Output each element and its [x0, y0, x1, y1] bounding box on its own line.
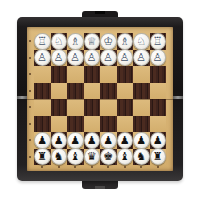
square-r2c3 [84, 66, 101, 83]
square-r5c4 [100, 116, 117, 133]
square-r3c3 [84, 83, 101, 100]
square-r5c6 [133, 116, 150, 133]
piece-black-pawn: ♟ [84, 132, 101, 149]
square-r0c7: ♖ [150, 33, 167, 50]
square-r5c5 [117, 116, 134, 133]
file-mark [157, 166, 159, 168]
square-r0c3: ♕ [84, 33, 101, 50]
square-r1c4: ♙ [100, 50, 117, 67]
chess-board: ♖♘♗♕♔♗♘♖♙♙♙♙♙♙♙♙♟♟♟♟♟♟♟♟♜♞♝♛♚♝♞♜ [27, 27, 173, 171]
file-mark [124, 166, 126, 168]
square-r0c4: ♔ [100, 33, 117, 50]
file-mark [74, 166, 76, 168]
square-r4c4 [100, 99, 117, 116]
square-r3c7 [150, 83, 167, 100]
piece-white-rook: ♖ [150, 33, 167, 50]
square-r1c6: ♙ [133, 50, 150, 67]
square-r3c5 [117, 83, 134, 100]
piece-white-bishop: ♗ [67, 33, 84, 50]
square-r6c0: ♟ [34, 132, 51, 149]
square-r1c3: ♙ [84, 50, 101, 67]
square-r7c0: ♜ [34, 149, 51, 166]
piece-black-pawn: ♟ [100, 132, 117, 149]
piece-black-pawn: ♟ [133, 132, 150, 149]
board-fold-seam [27, 99, 173, 100]
square-r0c0: ♖ [34, 33, 51, 50]
rank-mark [29, 73, 31, 75]
square-r3c1 [51, 83, 68, 100]
piece-white-king: ♔ [100, 33, 117, 50]
rank-mark [29, 123, 31, 125]
square-r5c3 [84, 116, 101, 133]
piece-white-pawn: ♙ [84, 49, 101, 66]
piece-black-bishop: ♝ [117, 148, 134, 165]
file-mark [140, 166, 142, 168]
piece-white-pawn: ♙ [67, 49, 84, 66]
square-r3c6 [133, 83, 150, 100]
square-r0c6: ♘ [133, 33, 150, 50]
hinge-pin-right [173, 96, 183, 99]
square-r0c1: ♘ [51, 33, 68, 50]
square-r3c4 [100, 83, 117, 100]
square-r1c0: ♙ [34, 50, 51, 67]
square-r0c2: ♗ [67, 33, 84, 50]
square-r7c2: ♝ [67, 149, 84, 166]
piece-white-bishop: ♗ [117, 33, 134, 50]
square-r7c5: ♝ [117, 149, 134, 166]
square-r4c3 [84, 99, 101, 116]
square-r2c4 [100, 66, 117, 83]
square-r1c7: ♙ [150, 50, 167, 67]
square-r7c6: ♞ [133, 149, 150, 166]
square-r6c5: ♟ [117, 132, 134, 149]
square-r6c2: ♟ [67, 132, 84, 149]
square-r0c5: ♗ [117, 33, 134, 50]
rank-mark [29, 40, 31, 42]
square-r2c7 [150, 66, 167, 83]
piece-black-rook: ♜ [34, 148, 51, 165]
piece-white-pawn: ♙ [100, 49, 117, 66]
piece-black-knight: ♞ [133, 148, 150, 165]
square-r7c3: ♛ [84, 149, 101, 166]
hinge-pin-left [17, 96, 27, 99]
square-r1c1: ♙ [51, 50, 68, 67]
square-r4c1 [51, 99, 68, 116]
rank-mark [29, 57, 31, 59]
piece-black-king: ♚ [100, 148, 117, 165]
piece-black-pawn: ♟ [67, 132, 84, 149]
square-r5c2 [67, 116, 84, 133]
square-r6c1: ♟ [51, 132, 68, 149]
square-r1c5: ♙ [117, 50, 134, 67]
piece-white-pawn: ♙ [51, 49, 68, 66]
square-r6c7: ♟ [150, 132, 167, 149]
clasp-notch-bottom [95, 186, 105, 189]
travel-chess-set-frame: ♖♘♗♕♔♗♘♖♙♙♙♙♙♙♙♙♟♟♟♟♟♟♟♟♜♞♝♛♚♝♞♜ [17, 17, 183, 181]
piece-white-pawn: ♙ [150, 49, 167, 66]
square-r4c7 [150, 99, 167, 116]
photo-background: ♖♘♗♕♔♗♘♖♙♙♙♙♙♙♙♙♟♟♟♟♟♟♟♟♜♞♝♛♚♝♞♜ [0, 0, 200, 200]
square-r1c2: ♙ [67, 50, 84, 67]
piece-black-queen: ♛ [84, 148, 101, 165]
rank-mark [29, 139, 31, 141]
square-r2c5 [117, 66, 134, 83]
piece-white-rook: ♖ [34, 33, 51, 50]
square-r7c1: ♞ [51, 149, 68, 166]
square-r6c4: ♟ [100, 132, 117, 149]
square-r6c6: ♟ [133, 132, 150, 149]
square-r5c0 [34, 116, 51, 133]
piece-black-rook: ♜ [150, 148, 167, 165]
square-r5c1 [51, 116, 68, 133]
piece-black-bishop: ♝ [67, 148, 84, 165]
rank-mark [29, 156, 31, 158]
file-mark [107, 166, 109, 168]
square-r3c2 [67, 83, 84, 100]
rank-mark [29, 90, 31, 92]
square-r2c0 [34, 66, 51, 83]
square-r2c6 [133, 66, 150, 83]
square-r4c6 [133, 99, 150, 116]
square-r7c4: ♚ [100, 149, 117, 166]
square-r6c3: ♟ [84, 132, 101, 149]
piece-black-pawn: ♟ [117, 132, 134, 149]
piece-black-pawn: ♟ [34, 132, 51, 149]
piece-white-pawn: ♙ [117, 49, 134, 66]
clasp-notch-top [95, 11, 105, 14]
square-r7c7: ♜ [150, 149, 167, 166]
piece-white-queen: ♕ [84, 33, 101, 50]
piece-white-pawn: ♙ [133, 49, 150, 66]
square-r4c5 [117, 99, 134, 116]
piece-black-pawn: ♟ [150, 132, 167, 149]
file-mark [41, 166, 43, 168]
square-r2c1 [51, 66, 68, 83]
square-r3c0 [34, 83, 51, 100]
piece-white-knight: ♘ [51, 33, 68, 50]
square-r5c7 [150, 116, 167, 133]
rank-mark [29, 106, 31, 108]
square-r4c0 [34, 99, 51, 116]
piece-white-knight: ♘ [133, 33, 150, 50]
square-r4c2 [67, 99, 84, 116]
square-r2c2 [67, 66, 84, 83]
piece-white-pawn: ♙ [34, 49, 51, 66]
file-mark [91, 166, 93, 168]
piece-black-pawn: ♟ [51, 132, 68, 149]
file-mark [58, 166, 60, 168]
piece-black-knight: ♞ [51, 148, 68, 165]
